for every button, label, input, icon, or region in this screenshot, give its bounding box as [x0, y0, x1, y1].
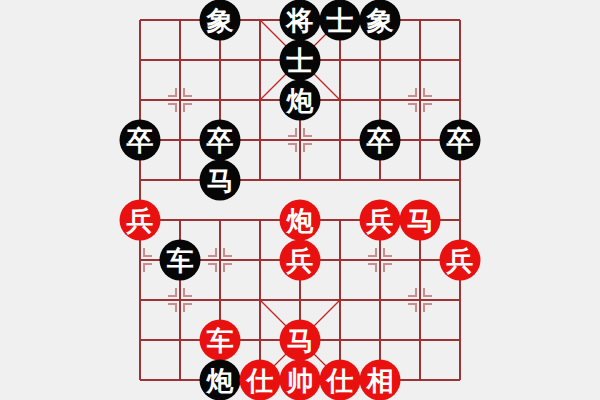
piece-red-soldier[interactable]: 兵	[360, 200, 401, 241]
piece-red-horse[interactable]: 马	[400, 200, 441, 241]
piece-red-advisor[interactable]: 仕	[240, 360, 281, 400]
piece-black-soldier[interactable]: 卒	[200, 120, 241, 161]
piece-red-advisor[interactable]: 仕	[320, 360, 361, 400]
piece-red-general[interactable]: 帅	[280, 360, 321, 400]
piece-black-horse[interactable]: 马	[200, 160, 241, 201]
piece-red-horse[interactable]: 马	[280, 320, 321, 361]
piece-black-cannon[interactable]: 炮	[280, 80, 321, 121]
piece-black-soldier[interactable]: 卒	[120, 120, 161, 161]
piece-black-general[interactable]: 将	[280, 0, 321, 41]
piece-red-elephant[interactable]: 相	[360, 360, 401, 400]
piece-red-cannon[interactable]: 炮	[280, 200, 321, 241]
piece-red-soldier[interactable]: 兵	[280, 240, 321, 281]
piece-red-soldier[interactable]: 兵	[120, 200, 161, 241]
piece-black-cannon[interactable]: 炮	[200, 360, 241, 400]
piece-black-soldier[interactable]: 卒	[360, 120, 401, 161]
piece-black-advisor[interactable]: 士	[280, 40, 321, 81]
piece-black-soldier[interactable]: 卒	[440, 120, 481, 161]
piece-red-soldier[interactable]: 兵	[440, 240, 481, 281]
piece-black-elephant[interactable]: 象	[360, 0, 401, 41]
piece-black-advisor[interactable]: 士	[320, 0, 361, 41]
piece-black-elephant[interactable]: 象	[200, 0, 241, 41]
xiangqi-board: 象将士象士炮卒卒卒卒马兵炮兵马车兵兵车马炮仕帅仕相	[0, 0, 600, 400]
piece-black-chariot[interactable]: 车	[160, 240, 201, 281]
piece-red-chariot[interactable]: 车	[200, 320, 241, 361]
